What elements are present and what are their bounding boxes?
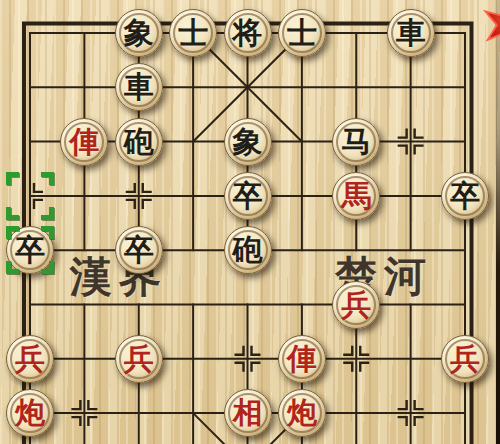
piece-black-pawn[interactable]: 卒 [115, 226, 163, 274]
piece-black-general[interactable]: 将 [224, 9, 272, 57]
piece-glyph: 炮 [287, 389, 317, 437]
piece-glyph: 兵 [15, 335, 45, 383]
piece-black-advisor[interactable]: 士 [278, 9, 326, 57]
piece-glyph: 兵 [124, 335, 154, 383]
piece-glyph: 马 [341, 118, 371, 166]
piece-glyph: 士 [178, 9, 208, 57]
piece-red-chariot[interactable]: 俥 [278, 335, 326, 383]
piece-red-pawn[interactable]: 兵 [332, 281, 380, 329]
piece-red-elephant[interactable]: 相 [224, 389, 272, 437]
piece-glyph: 炮 [15, 389, 45, 437]
piece-glyph: 俥 [69, 118, 99, 166]
piece-red-cannon[interactable]: 炮 [6, 389, 54, 437]
piece-glyph: 卒 [15, 226, 45, 274]
piece-glyph: 砲 [124, 118, 154, 166]
piece-glyph: 馬 [341, 172, 371, 220]
piece-glyph: 兵 [450, 335, 480, 383]
piece-black-horse[interactable]: 马 [332, 118, 380, 166]
xiangqi-board[interactable]: 漢界 楚河 象士将士車車俥砲象马卒馬卒卒卒砲兵兵兵俥兵炮相炮 [0, 0, 500, 444]
piece-glyph: 士 [287, 9, 317, 57]
piece-black-advisor[interactable]: 士 [169, 9, 217, 57]
piece-black-chariot[interactable]: 車 [387, 9, 435, 57]
piece-glyph: 車 [124, 63, 154, 111]
piece-glyph: 車 [396, 9, 426, 57]
piece-glyph: 卒 [233, 172, 263, 220]
piece-glyph: 兵 [341, 281, 371, 329]
piece-black-pawn[interactable]: 卒 [224, 172, 272, 220]
piece-glyph: 相 [233, 389, 263, 437]
piece-red-cannon[interactable]: 炮 [278, 389, 326, 437]
piece-glyph: 砲 [233, 226, 263, 274]
piece-black-elephant[interactable]: 象 [224, 118, 272, 166]
piece-black-pawn[interactable]: 卒 [6, 226, 54, 274]
piece-black-cannon[interactable]: 砲 [224, 226, 272, 274]
piece-black-elephant[interactable]: 象 [115, 9, 163, 57]
piece-glyph: 象 [124, 9, 154, 57]
piece-glyph: 象 [233, 118, 263, 166]
piece-glyph: 将 [233, 9, 263, 57]
piece-black-cannon[interactable]: 砲 [115, 118, 163, 166]
piece-black-pawn[interactable]: 卒 [441, 172, 489, 220]
piece-glyph: 俥 [287, 335, 317, 383]
piece-red-pawn[interactable]: 兵 [441, 335, 489, 383]
piece-red-chariot[interactable]: 俥 [60, 118, 108, 166]
board-grid-lines [0, 0, 500, 444]
piece-glyph: 卒 [124, 226, 154, 274]
star-badge [479, 0, 500, 51]
piece-glyph: 卒 [450, 172, 480, 220]
piece-red-pawn[interactable]: 兵 [6, 335, 54, 383]
piece-red-horse[interactable]: 馬 [332, 172, 380, 220]
screen-edge-artifact [496, 0, 500, 444]
piece-red-pawn[interactable]: 兵 [115, 335, 163, 383]
piece-black-chariot[interactable]: 車 [115, 63, 163, 111]
